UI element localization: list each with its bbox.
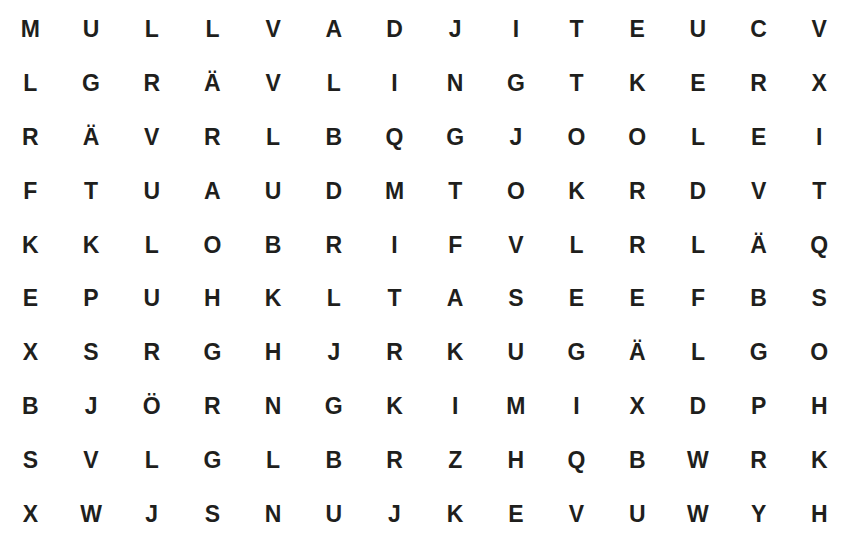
grid-cell[interactable]: T [425, 164, 486, 218]
grid-cell[interactable]: M [364, 164, 425, 218]
grid-cell[interactable]: F [425, 218, 486, 272]
grid-cell[interactable]: I [789, 111, 850, 165]
grid-cell[interactable]: S [0, 433, 61, 487]
grid-cell[interactable]: T [789, 164, 850, 218]
grid-cell[interactable]: R [182, 380, 243, 434]
grid-cell[interactable]: B [607, 433, 668, 487]
grid-cell[interactable]: S [486, 272, 547, 326]
grid-cell[interactable]: T [546, 57, 607, 111]
grid-cell[interactable]: L [546, 218, 607, 272]
grid-cell[interactable]: J [425, 3, 486, 57]
grid-cell[interactable]: D [668, 380, 729, 434]
grid-cell[interactable]: G [61, 57, 122, 111]
grid-cell[interactable]: R [728, 57, 789, 111]
grid-cell[interactable]: Ä [61, 111, 122, 165]
grid-cell[interactable]: I [486, 3, 547, 57]
grid-cell[interactable]: U [61, 3, 122, 57]
grid-cell[interactable]: E [0, 272, 61, 326]
grid-cell[interactable]: L [668, 111, 729, 165]
grid-cell[interactable]: O [789, 326, 850, 380]
grid-cell[interactable]: J [486, 111, 547, 165]
grid-cell[interactable]: K [0, 218, 61, 272]
grid-cell[interactable]: G [182, 433, 243, 487]
grid-cell[interactable]: B [728, 272, 789, 326]
grid-cell[interactable]: G [486, 57, 547, 111]
grid-cell[interactable]: Q [364, 111, 425, 165]
grid-cell[interactable]: V [789, 3, 850, 57]
grid-cell[interactable]: X [0, 326, 61, 380]
grid-cell[interactable]: K [364, 380, 425, 434]
grid-cell[interactable]: L [0, 57, 61, 111]
grid-cell[interactable]: E [728, 111, 789, 165]
grid-cell[interactable]: W [668, 433, 729, 487]
word-search-page: MULLVADJITEUCVLGRÄVLINGTKERXRÄVRLBQGJOOL… [0, 0, 850, 549]
grid-cell[interactable]: K [546, 164, 607, 218]
grid-cell[interactable]: R [182, 111, 243, 165]
grid-cell[interactable]: V [243, 57, 304, 111]
grid-cell[interactable]: A [182, 164, 243, 218]
grid-cell[interactable]: S [182, 487, 243, 541]
grid-cell[interactable]: S [61, 326, 122, 380]
grid-cell[interactable]: P [728, 380, 789, 434]
grid-cell[interactable]: F [668, 272, 729, 326]
grid-cell[interactable]: I [364, 57, 425, 111]
grid-cell[interactable]: X [789, 57, 850, 111]
grid-cell[interactable]: K [425, 487, 486, 541]
grid-cell[interactable]: U [607, 487, 668, 541]
grid-cell[interactable]: Y [728, 487, 789, 541]
grid-cell[interactable]: J [61, 380, 122, 434]
grid-cell[interactable]: B [243, 218, 304, 272]
grid-cell[interactable]: S [789, 272, 850, 326]
grid-cell[interactable]: J [303, 326, 364, 380]
grid-cell[interactable]: V [486, 218, 547, 272]
grid-cell[interactable]: Ä [728, 218, 789, 272]
grid-cell[interactable]: B [0, 380, 61, 434]
grid-cell[interactable]: Ä [607, 326, 668, 380]
grid-cell[interactable]: L [182, 3, 243, 57]
grid-cell[interactable]: U [668, 3, 729, 57]
grid-cell[interactable]: T [546, 3, 607, 57]
grid-cell[interactable]: E [486, 487, 547, 541]
grid-cell[interactable]: L [121, 218, 182, 272]
grid-cell[interactable]: K [243, 272, 304, 326]
grid-cell[interactable]: H [789, 380, 850, 434]
grid-cell[interactable]: L [243, 111, 304, 165]
grid-cell[interactable]: V [121, 111, 182, 165]
grid-cell[interactable]: E [607, 272, 668, 326]
grid-cell[interactable]: R [364, 433, 425, 487]
grid-cell[interactable]: B [303, 433, 364, 487]
grid-cell[interactable]: J [364, 487, 425, 541]
grid-cell[interactable]: K [425, 326, 486, 380]
grid-cell[interactable]: R [121, 326, 182, 380]
word-search-grid: MULLVADJITEUCVLGRÄVLINGTKERXRÄVRLBQGJOOL… [0, 0, 850, 541]
grid-cell[interactable]: I [425, 380, 486, 434]
grid-cell[interactable]: L [303, 57, 364, 111]
grid-cell[interactable]: E [668, 57, 729, 111]
grid-cell[interactable]: G [425, 111, 486, 165]
grid-cell[interactable]: R [303, 218, 364, 272]
grid-cell[interactable]: H [182, 272, 243, 326]
grid-cell[interactable]: L [121, 3, 182, 57]
grid-cell[interactable]: U [121, 272, 182, 326]
grid-cell[interactable]: O [182, 218, 243, 272]
grid-cell[interactable]: V [728, 164, 789, 218]
grid-cell[interactable]: O [546, 111, 607, 165]
grid-cell[interactable]: E [546, 272, 607, 326]
grid-cell[interactable]: A [425, 272, 486, 326]
grid-cell[interactable]: R [728, 433, 789, 487]
grid-cell[interactable]: O [486, 164, 547, 218]
grid-cell[interactable]: M [486, 380, 547, 434]
grid-cell[interactable]: T [61, 164, 122, 218]
grid-cell[interactable]: L [243, 433, 304, 487]
grid-cell[interactable]: L [303, 272, 364, 326]
grid-cell[interactable]: K [607, 57, 668, 111]
grid-cell[interactable]: V [243, 3, 304, 57]
grid-cell[interactable]: I [546, 380, 607, 434]
grid-cell[interactable]: E [607, 3, 668, 57]
grid-cell[interactable]: P [61, 272, 122, 326]
grid-cell[interactable]: X [0, 487, 61, 541]
grid-cell[interactable]: Q [546, 433, 607, 487]
grid-cell[interactable]: V [546, 487, 607, 541]
grid-cell[interactable]: C [728, 3, 789, 57]
grid-cell[interactable]: Z [425, 433, 486, 487]
grid-cell[interactable]: W [668, 487, 729, 541]
grid-cell[interactable]: G [303, 380, 364, 434]
grid-cell[interactable]: H [243, 326, 304, 380]
grid-cell[interactable]: N [425, 57, 486, 111]
grid-cell[interactable]: T [364, 272, 425, 326]
grid-cell[interactable]: N [243, 487, 304, 541]
grid-cell[interactable]: B [303, 111, 364, 165]
grid-cell[interactable]: D [668, 164, 729, 218]
grid-cell[interactable]: L [668, 326, 729, 380]
grid-cell[interactable]: H [486, 433, 547, 487]
grid-cell[interactable]: A [303, 3, 364, 57]
grid-cell[interactable]: J [121, 487, 182, 541]
grid-cell[interactable]: F [0, 164, 61, 218]
grid-cell[interactable]: D [303, 164, 364, 218]
grid-cell[interactable]: U [486, 326, 547, 380]
grid-cell[interactable]: R [364, 326, 425, 380]
grid-cell[interactable]: R [607, 164, 668, 218]
grid-cell[interactable]: D [364, 3, 425, 57]
grid-cell[interactable]: O [607, 111, 668, 165]
grid-cell[interactable]: Ö [121, 380, 182, 434]
grid-cell[interactable]: G [546, 326, 607, 380]
grid-cell[interactable]: X [607, 380, 668, 434]
grid-cell[interactable]: G [728, 326, 789, 380]
grid-cell[interactable]: K [61, 218, 122, 272]
grid-cell[interactable]: N [243, 380, 304, 434]
grid-cell[interactable]: Ä [182, 57, 243, 111]
grid-cell[interactable]: H [789, 487, 850, 541]
grid-cell[interactable]: G [182, 326, 243, 380]
grid-cell[interactable]: M [0, 3, 61, 57]
grid-cell[interactable]: L [668, 218, 729, 272]
grid-cell[interactable]: U [121, 164, 182, 218]
grid-cell[interactable]: V [61, 433, 122, 487]
grid-cell[interactable]: L [121, 433, 182, 487]
grid-cell[interactable]: I [364, 218, 425, 272]
grid-cell[interactable]: U [243, 164, 304, 218]
grid-cell[interactable]: R [607, 218, 668, 272]
grid-cell[interactable]: W [61, 487, 122, 541]
grid-cell[interactable]: U [303, 487, 364, 541]
grid-cell[interactable]: Q [789, 218, 850, 272]
grid-cell[interactable]: K [789, 433, 850, 487]
grid-cell[interactable]: R [0, 111, 61, 165]
grid-cell[interactable]: R [121, 57, 182, 111]
